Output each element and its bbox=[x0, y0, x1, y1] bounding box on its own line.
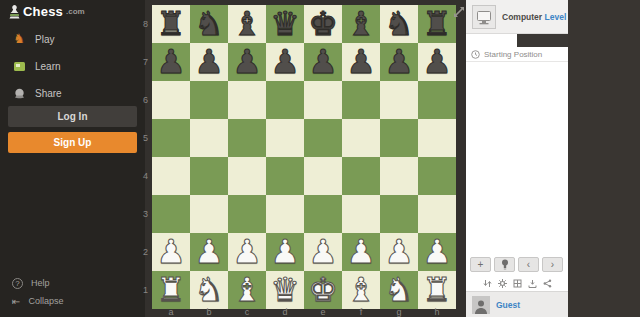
forward-button[interactable]: › bbox=[542, 257, 563, 272]
piece-white-bishop-c1[interactable]: ♝ bbox=[232, 271, 262, 309]
guest-avatar bbox=[472, 296, 490, 314]
computer-avatar bbox=[472, 5, 496, 29]
file-label-c: c bbox=[228, 307, 266, 317]
piece-white-pawn-h2[interactable]: ♟ bbox=[422, 233, 452, 271]
square-f8[interactable]: ♝ bbox=[342, 5, 380, 43]
square-d4[interactable] bbox=[266, 157, 304, 195]
square-f4[interactable] bbox=[342, 157, 380, 195]
piece-white-rook-h1[interactable]: ♜ bbox=[422, 271, 452, 309]
square-d5[interactable] bbox=[266, 119, 304, 157]
square-b6[interactable] bbox=[190, 81, 228, 119]
expand-board-icon[interactable] bbox=[453, 4, 465, 16]
square-g2[interactable]: ♟ bbox=[380, 233, 418, 271]
square-f2[interactable]: ♟ bbox=[342, 233, 380, 271]
square-c3[interactable] bbox=[228, 195, 266, 233]
clock-icon bbox=[471, 50, 480, 59]
opponent-name: Computer Level 2 bbox=[502, 12, 573, 22]
square-a1[interactable]: ♜ bbox=[152, 271, 190, 309]
piece-white-rook-a1[interactable]: ♜ bbox=[156, 271, 186, 309]
help-button[interactable]: ? Help bbox=[12, 277, 50, 289]
piece-white-pawn-f2[interactable]: ♟ bbox=[346, 233, 376, 271]
piece-white-knight-g1[interactable]: ♞ bbox=[384, 271, 414, 309]
piece-black-pawn-c7[interactable]: ♟ bbox=[232, 43, 262, 81]
new-game-plus-button[interactable]: + bbox=[470, 257, 491, 272]
square-c7[interactable]: ♟ bbox=[228, 43, 266, 81]
game-panel: Computer Level 2 Starting Position + ‹ › bbox=[466, 0, 568, 317]
sidebar-item-play[interactable]: ♞ Play bbox=[12, 31, 54, 47]
square-h5[interactable] bbox=[418, 119, 456, 157]
piece-black-bishop-f8[interactable]: ♝ bbox=[346, 5, 376, 43]
collapse-button[interactable]: ⇤ Collapse bbox=[12, 295, 63, 307]
square-b7[interactable]: ♟ bbox=[190, 43, 228, 81]
square-h1[interactable]: ♜ bbox=[418, 271, 456, 309]
square-a8[interactable]: ♜ bbox=[152, 5, 190, 43]
square-f1[interactable]: ♝ bbox=[342, 271, 380, 309]
piece-black-knight-b8[interactable]: ♞ bbox=[194, 5, 224, 43]
square-c5[interactable] bbox=[228, 119, 266, 157]
computer-monitor-icon bbox=[476, 10, 492, 25]
square-g6[interactable] bbox=[380, 81, 418, 119]
download-icon[interactable] bbox=[527, 278, 537, 288]
piece-white-king-e1[interactable]: ♚ bbox=[308, 271, 338, 309]
help-question-icon: ? bbox=[12, 278, 23, 289]
square-c4[interactable] bbox=[228, 157, 266, 195]
square-c6[interactable] bbox=[228, 81, 266, 119]
square-g4[interactable] bbox=[380, 157, 418, 195]
tab-strip-dark-area bbox=[517, 34, 568, 47]
collapse-label: Collapse bbox=[28, 296, 63, 306]
player-row: Guest bbox=[466, 291, 568, 317]
logo-tld: .com bbox=[66, 7, 85, 16]
square-e6[interactable] bbox=[304, 81, 342, 119]
sidebar-item-label: Play bbox=[35, 34, 54, 45]
lightbulb-icon bbox=[501, 259, 509, 270]
status-text: Starting Position bbox=[484, 50, 542, 59]
analysis-icon[interactable] bbox=[512, 278, 522, 288]
rank-label-4: 4 bbox=[136, 157, 148, 195]
settings-gear-icon[interactable] bbox=[497, 278, 507, 288]
board-tools bbox=[466, 278, 568, 288]
chesscom-logo[interactable]: Chess.com bbox=[9, 4, 85, 19]
signup-button[interactable]: Sign Up bbox=[8, 132, 137, 153]
piece-black-pawn-b7[interactable]: ♟ bbox=[194, 43, 224, 81]
square-b5[interactable] bbox=[190, 119, 228, 157]
sidebar-item-label: Share bbox=[35, 88, 62, 99]
rank-label-6: 6 bbox=[136, 81, 148, 119]
piece-white-pawn-a2[interactable]: ♟ bbox=[156, 233, 186, 271]
square-f5[interactable] bbox=[342, 119, 380, 157]
player-name-link[interactable]: Guest bbox=[496, 300, 520, 310]
square-a7[interactable]: ♟ bbox=[152, 43, 190, 81]
piece-white-bishop-f1[interactable]: ♝ bbox=[346, 271, 376, 309]
file-label-e: e bbox=[304, 307, 342, 317]
hint-button[interactable] bbox=[494, 257, 515, 272]
square-g7[interactable]: ♟ bbox=[380, 43, 418, 81]
piece-black-pawn-h7[interactable]: ♟ bbox=[422, 43, 452, 81]
piece-black-queen-d8[interactable]: ♛ bbox=[270, 5, 300, 43]
square-c1[interactable]: ♝ bbox=[228, 271, 266, 309]
opponent-name-text: Computer bbox=[502, 12, 542, 22]
square-e4[interactable] bbox=[304, 157, 342, 195]
piece-black-pawn-d7[interactable]: ♟ bbox=[270, 43, 300, 81]
rank-label-7: 7 bbox=[136, 43, 148, 81]
piece-black-bishop-c8[interactable]: ♝ bbox=[232, 5, 262, 43]
square-h2[interactable]: ♟ bbox=[418, 233, 456, 271]
square-b8[interactable]: ♞ bbox=[190, 5, 228, 43]
piece-white-pawn-g2[interactable]: ♟ bbox=[384, 233, 414, 271]
piece-black-rook-a8[interactable]: ♜ bbox=[156, 5, 186, 43]
help-label: Help bbox=[31, 278, 50, 288]
piece-black-pawn-g7[interactable]: ♟ bbox=[384, 43, 414, 81]
piece-black-king-e8[interactable]: ♚ bbox=[308, 5, 338, 43]
square-g5[interactable] bbox=[380, 119, 418, 157]
square-d2[interactable]: ♟ bbox=[266, 233, 304, 271]
rank-label-5: 5 bbox=[136, 119, 148, 157]
collapse-arrow-icon: ⇤ bbox=[12, 296, 20, 307]
square-e3[interactable] bbox=[304, 195, 342, 233]
logo-word: Chess bbox=[23, 4, 63, 19]
square-e8[interactable]: ♚ bbox=[304, 5, 342, 43]
square-a5[interactable] bbox=[152, 119, 190, 157]
chess-board[interactable]: ♜♞♝♛♚♝♞♜♟♟♟♟♟♟♟♟♟♟♟♟♟♟♟♟♜♞♝♛♚♝♞♜ bbox=[152, 5, 456, 309]
square-c2[interactable]: ♟ bbox=[228, 233, 266, 271]
opponent-header: Computer Level 2 bbox=[466, 0, 568, 34]
piece-white-knight-b1[interactable]: ♞ bbox=[194, 271, 224, 309]
square-g1[interactable]: ♞ bbox=[380, 271, 418, 309]
file-label-b: b bbox=[190, 307, 228, 317]
rank-label-3: 3 bbox=[136, 195, 148, 233]
square-f7[interactable]: ♟ bbox=[342, 43, 380, 81]
piece-white-pawn-d2[interactable]: ♟ bbox=[270, 233, 300, 271]
file-label-f: f bbox=[342, 307, 380, 317]
square-a6[interactable] bbox=[152, 81, 190, 119]
file-labels: abcdefgh bbox=[152, 307, 456, 317]
rank-label-8: 8 bbox=[136, 5, 148, 43]
square-b1[interactable]: ♞ bbox=[190, 271, 228, 309]
sidebar: Chess.com ♞ Play Learn Share Log In Sign… bbox=[0, 0, 145, 317]
file-label-d: d bbox=[266, 307, 304, 317]
square-e7[interactable]: ♟ bbox=[304, 43, 342, 81]
square-a3[interactable] bbox=[152, 195, 190, 233]
square-h3[interactable] bbox=[418, 195, 456, 233]
login-button[interactable]: Log In bbox=[8, 106, 137, 127]
file-label-h: h bbox=[418, 307, 456, 317]
rank-labels: 87654321 bbox=[136, 5, 148, 309]
piece-black-rook-h8[interactable]: ♜ bbox=[422, 5, 452, 43]
move-list-status-row: Starting Position bbox=[466, 47, 568, 62]
square-b3[interactable] bbox=[190, 195, 228, 233]
piece-white-queen-d1[interactable]: ♛ bbox=[270, 271, 300, 309]
square-h7[interactable]: ♟ bbox=[418, 43, 456, 81]
right-background-rail bbox=[568, 0, 640, 317]
square-e1[interactable]: ♚ bbox=[304, 271, 342, 309]
square-d7[interactable]: ♟ bbox=[266, 43, 304, 81]
file-label-g: g bbox=[380, 307, 418, 317]
square-f3[interactable] bbox=[342, 195, 380, 233]
piece-black-pawn-a7[interactable]: ♟ bbox=[156, 43, 186, 81]
square-g8[interactable]: ♞ bbox=[380, 5, 418, 43]
square-a2[interactable]: ♟ bbox=[152, 233, 190, 271]
square-b4[interactable] bbox=[190, 157, 228, 195]
chesscom-play-computer-page: Chess.com ♞ Play Learn Share Log In Sign… bbox=[0, 0, 640, 317]
square-d1[interactable]: ♛ bbox=[266, 271, 304, 309]
piece-black-knight-g8[interactable]: ♞ bbox=[384, 5, 414, 43]
sidebar-item-label: Learn bbox=[35, 61, 61, 72]
rank-label-1: 1 bbox=[136, 271, 148, 309]
square-b2[interactable]: ♟ bbox=[190, 233, 228, 271]
person-icon bbox=[474, 299, 488, 314]
flip-board-icon[interactable] bbox=[482, 278, 492, 288]
back-button[interactable]: ‹ bbox=[518, 257, 539, 272]
square-h6[interactable] bbox=[418, 81, 456, 119]
square-c8[interactable]: ♝ bbox=[228, 5, 266, 43]
game-controls: + ‹ › bbox=[470, 257, 564, 272]
file-label-a: a bbox=[152, 307, 190, 317]
piece-white-pawn-c2[interactable]: ♟ bbox=[232, 233, 262, 271]
square-h4[interactable] bbox=[418, 157, 456, 195]
sidebar-item-share[interactable]: Share bbox=[12, 85, 62, 101]
piece-black-pawn-e7[interactable]: ♟ bbox=[308, 43, 338, 81]
square-g3[interactable] bbox=[380, 195, 418, 233]
square-a4[interactable] bbox=[152, 157, 190, 195]
rank-label-2: 2 bbox=[136, 233, 148, 271]
share-arrow-icon[interactable] bbox=[542, 278, 552, 288]
square-e5[interactable] bbox=[304, 119, 342, 157]
square-d3[interactable] bbox=[266, 195, 304, 233]
play-knight-icon: ♞ bbox=[12, 32, 26, 46]
square-d6[interactable] bbox=[266, 81, 304, 119]
sidebar-item-learn[interactable]: Learn bbox=[12, 58, 61, 74]
square-f6[interactable] bbox=[342, 81, 380, 119]
piece-white-pawn-b2[interactable]: ♟ bbox=[194, 233, 224, 271]
square-d8[interactable]: ♛ bbox=[266, 5, 304, 43]
piece-white-pawn-e2[interactable]: ♟ bbox=[308, 233, 338, 271]
learn-icon bbox=[12, 59, 26, 73]
share-icon bbox=[12, 86, 26, 100]
pawn-logo-icon bbox=[9, 4, 20, 19]
square-h8[interactable]: ♜ bbox=[418, 5, 456, 43]
square-e2[interactable]: ♟ bbox=[304, 233, 342, 271]
piece-black-pawn-f7[interactable]: ♟ bbox=[346, 43, 376, 81]
